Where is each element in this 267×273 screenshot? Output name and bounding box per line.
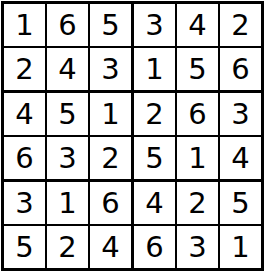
cell-r2c2[interactable]: 4 [47,48,90,93]
cell-r1c1[interactable]: 1 [4,4,47,48]
cell-r2c3[interactable]: 3 [90,48,134,93]
cell-r3c5[interactable]: 6 [177,93,220,137]
cell-r1c6[interactable]: 2 [220,4,261,48]
cell-r3c3[interactable]: 1 [90,93,134,137]
sudoku-board: 165342243156451263632514316425524631 [1,1,264,271]
cell-r1c4[interactable]: 3 [134,4,177,48]
cell-r2c4[interactable]: 1 [134,48,177,93]
cell-r4c3[interactable]: 2 [90,137,134,182]
cell-r5c5[interactable]: 2 [177,182,220,226]
cell-r3c1[interactable]: 4 [4,93,47,137]
cell-r6c3[interactable]: 4 [90,226,134,268]
cell-r5c1[interactable]: 3 [4,182,47,226]
cell-r2c5[interactable]: 5 [177,48,220,93]
cell-r5c4[interactable]: 4 [134,182,177,226]
cell-r4c6[interactable]: 4 [220,137,261,182]
cell-r3c6[interactable]: 3 [220,93,261,137]
cell-r2c6[interactable]: 6 [220,48,261,93]
cell-r6c6[interactable]: 1 [220,226,261,268]
cell-r3c2[interactable]: 5 [47,93,90,137]
cell-r5c3[interactable]: 6 [90,182,134,226]
cell-r4c5[interactable]: 1 [177,137,220,182]
cell-r6c4[interactable]: 6 [134,226,177,268]
cell-r6c1[interactable]: 5 [4,226,47,268]
cell-r4c1[interactable]: 6 [4,137,47,182]
cell-r3c4[interactable]: 2 [134,93,177,137]
cell-r4c2[interactable]: 3 [47,137,90,182]
cell-r1c3[interactable]: 5 [90,4,134,48]
cell-r6c2[interactable]: 2 [47,226,90,268]
cell-r1c2[interactable]: 6 [47,4,90,48]
cell-r6c5[interactable]: 3 [177,226,220,268]
cell-r1c5[interactable]: 4 [177,4,220,48]
board-margin: 165342243156451263632514316425524631 [0,0,267,272]
cell-r5c2[interactable]: 1 [47,182,90,226]
cell-r5c6[interactable]: 5 [220,182,261,226]
cell-r2c1[interactable]: 2 [4,48,47,93]
cell-r4c4[interactable]: 5 [134,137,177,182]
